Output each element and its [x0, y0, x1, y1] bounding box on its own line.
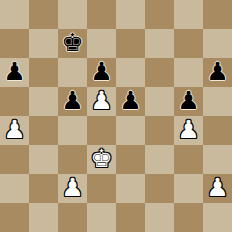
square-a7[interactable]	[0, 29, 29, 58]
square-b5[interactable]	[29, 87, 58, 116]
square-d7[interactable]	[87, 29, 116, 58]
square-c3[interactable]	[58, 145, 87, 174]
square-h7[interactable]	[203, 29, 232, 58]
square-b3[interactable]	[29, 145, 58, 174]
square-e8[interactable]	[116, 0, 145, 29]
square-c6[interactable]	[58, 58, 87, 87]
square-f2[interactable]	[145, 174, 174, 203]
square-g4[interactable]: ♟	[174, 116, 203, 145]
square-c1[interactable]	[58, 203, 87, 232]
square-g6[interactable]	[174, 58, 203, 87]
square-a8[interactable]	[0, 0, 29, 29]
piece-white-king: ♚	[90, 145, 112, 173]
piece-black-pawn: ♟	[90, 58, 112, 86]
square-c8[interactable]	[58, 0, 87, 29]
piece-white-pawn: ♟	[177, 116, 199, 144]
square-d4[interactable]	[87, 116, 116, 145]
square-g7[interactable]	[174, 29, 203, 58]
square-d3[interactable]: ♚	[87, 145, 116, 174]
piece-white-pawn: ♟	[90, 87, 112, 115]
square-a5[interactable]	[0, 87, 29, 116]
square-a6[interactable]: ♟	[0, 58, 29, 87]
chess-board-container: ♚♟♟♟♟♟♟♟♟♟♚♟♟	[0, 0, 232, 232]
piece-black-pawn: ♟	[3, 58, 25, 86]
piece-black-pawn: ♟	[119, 87, 141, 115]
square-d8[interactable]	[87, 0, 116, 29]
square-a4[interactable]: ♟	[0, 116, 29, 145]
chess-board: ♚♟♟♟♟♟♟♟♟♟♚♟♟	[0, 0, 232, 232]
square-g3[interactable]	[174, 145, 203, 174]
square-a2[interactable]	[0, 174, 29, 203]
square-h8[interactable]	[203, 0, 232, 29]
square-b6[interactable]	[29, 58, 58, 87]
piece-black-pawn: ♟	[61, 87, 83, 115]
square-a3[interactable]	[0, 145, 29, 174]
square-h3[interactable]	[203, 145, 232, 174]
square-f6[interactable]	[145, 58, 174, 87]
square-e4[interactable]	[116, 116, 145, 145]
square-a1[interactable]	[0, 203, 29, 232]
square-f4[interactable]	[145, 116, 174, 145]
piece-white-pawn: ♟	[61, 174, 83, 202]
square-e7[interactable]	[116, 29, 145, 58]
square-b1[interactable]	[29, 203, 58, 232]
square-f7[interactable]	[145, 29, 174, 58]
square-f8[interactable]	[145, 0, 174, 29]
square-f1[interactable]	[145, 203, 174, 232]
square-c7[interactable]: ♚	[58, 29, 87, 58]
square-b8[interactable]	[29, 0, 58, 29]
square-g8[interactable]	[174, 0, 203, 29]
piece-black-pawn: ♟	[177, 87, 199, 115]
square-d6[interactable]: ♟	[87, 58, 116, 87]
square-f3[interactable]	[145, 145, 174, 174]
square-b7[interactable]	[29, 29, 58, 58]
square-h1[interactable]	[203, 203, 232, 232]
square-b2[interactable]	[29, 174, 58, 203]
piece-white-pawn: ♟	[3, 116, 25, 144]
square-d1[interactable]	[87, 203, 116, 232]
square-g2[interactable]	[174, 174, 203, 203]
square-e2[interactable]	[116, 174, 145, 203]
square-e5[interactable]: ♟	[116, 87, 145, 116]
square-h5[interactable]	[203, 87, 232, 116]
square-h6[interactable]: ♟	[203, 58, 232, 87]
square-g1[interactable]	[174, 203, 203, 232]
square-e3[interactable]	[116, 145, 145, 174]
square-c2[interactable]: ♟	[58, 174, 87, 203]
square-d2[interactable]	[87, 174, 116, 203]
square-e1[interactable]	[116, 203, 145, 232]
square-d5[interactable]: ♟	[87, 87, 116, 116]
square-h2[interactable]: ♟	[203, 174, 232, 203]
square-h4[interactable]	[203, 116, 232, 145]
square-b4[interactable]	[29, 116, 58, 145]
piece-black-king: ♚	[61, 29, 83, 57]
square-g5[interactable]: ♟	[174, 87, 203, 116]
square-c4[interactable]	[58, 116, 87, 145]
square-f5[interactable]	[145, 87, 174, 116]
piece-white-pawn: ♟	[206, 174, 228, 202]
piece-black-pawn: ♟	[206, 58, 228, 86]
square-e6[interactable]	[116, 58, 145, 87]
square-c5[interactable]: ♟	[58, 87, 87, 116]
